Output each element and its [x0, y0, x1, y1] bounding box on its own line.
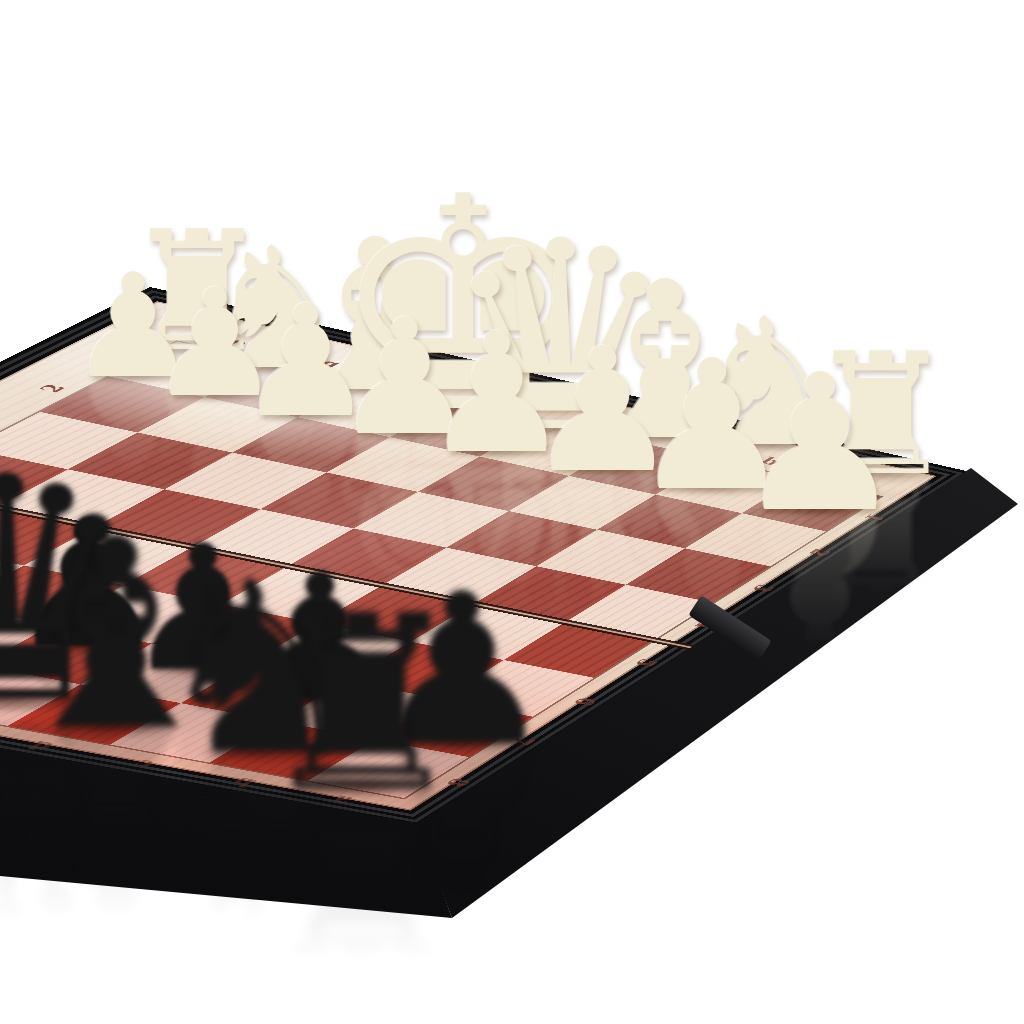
product-photo-scene: 1122334455667788hhggffeeddccbbaa ♜♜♞♞♝♝♚… — [0, 0, 1024, 1024]
piece-black-rook-a8[interactable]: ♜ — [242, 584, 482, 824]
piece-white-pawn-a2[interactable]: ♟ — [725, 350, 914, 539]
